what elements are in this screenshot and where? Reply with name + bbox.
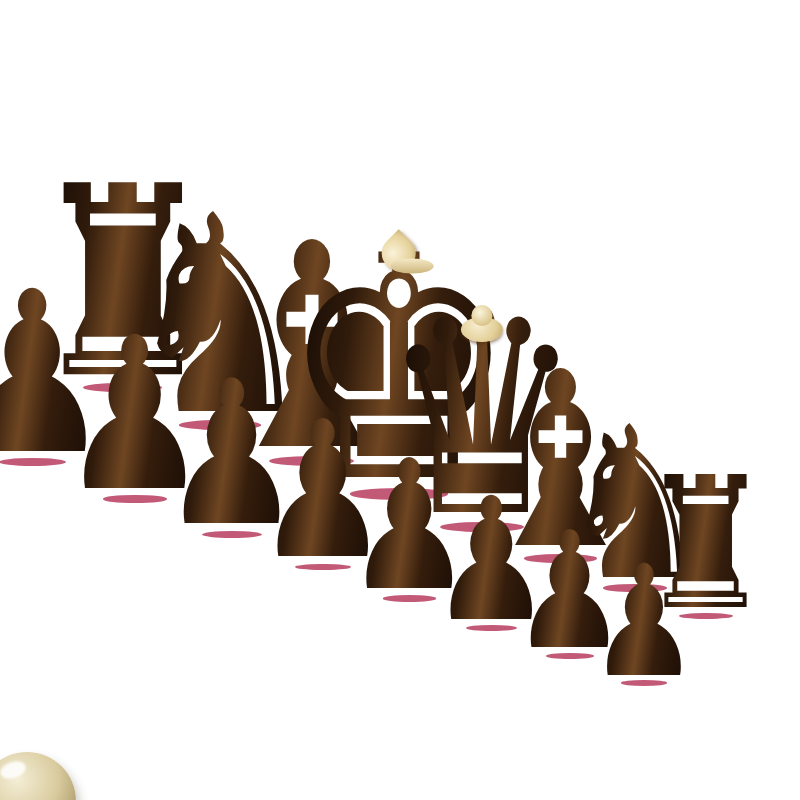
piece-contact-shadow	[234, 529, 403, 616]
square-a8	[35, 330, 222, 441]
piece-contact-shadow	[572, 649, 709, 725]
queen-ivory-rose	[461, 317, 503, 342]
crimson-felt-base	[103, 495, 166, 502]
chess-board: ՑБՑБՑБՑБՑБ	[0, 163, 800, 800]
piece-glyph-pawn: ♟	[59, 331, 210, 500]
square-h8	[645, 567, 775, 659]
piece-dark-knight: ♞	[559, 419, 711, 592]
crimson-felt-base	[383, 595, 437, 601]
square-f6	[347, 645, 504, 746]
piece-contact-shadow	[125, 385, 305, 478]
square-h6	[513, 701, 654, 797]
piece-glyph-pawn: ♟	[160, 375, 303, 535]
piece-glyph-rook: ♜	[641, 471, 772, 617]
piece-glyph-knight: ♞	[559, 420, 710, 589]
square-f7	[422, 575, 572, 674]
piece-contact-shadow	[562, 554, 700, 632]
piece-glyph-pawn: ♟	[0, 284, 113, 463]
board-outer-rim	[0, 163, 127, 800]
piece-glyph-pawn: ♟	[589, 560, 699, 683]
brass-letter-medallion: Ց	[758, 639, 800, 675]
piece-dark-pawn: ♟	[430, 492, 553, 632]
crimson-felt-base	[350, 488, 448, 499]
crimson-felt-base	[269, 456, 354, 466]
crimson-felt-base	[179, 420, 261, 430]
square-a7	[0, 402, 137, 515]
square-h5	[442, 772, 590, 800]
square-c6	[60, 551, 245, 661]
piece-dark-knight: ♞	[121, 205, 318, 430]
piece-glyph-rook: ♜	[29, 178, 218, 388]
piece-dark-pawn: ♟	[59, 330, 211, 503]
crimson-felt-base	[202, 531, 262, 538]
square-f4	[185, 797, 358, 800]
piece-dark-pawn: ♟	[345, 455, 474, 602]
piece-dark-pawn: ♟	[160, 374, 304, 538]
square-g7	[503, 605, 645, 701]
brass-letter-medallion: Б	[647, 474, 685, 505]
square-e8	[411, 476, 561, 575]
piece-dark-pawn: ♟	[589, 560, 700, 686]
square-g5	[357, 746, 513, 800]
piece-dark-pawn: ♟	[255, 415, 391, 570]
square-c8	[234, 407, 401, 512]
piece-contact-shadow	[325, 561, 485, 645]
square-d7	[245, 512, 411, 616]
piece-glyph-pawn: ♟	[345, 455, 474, 598]
piece-dark-bishop: ♝	[473, 364, 648, 563]
square-d6	[161, 584, 336, 690]
crimson-felt-base	[546, 653, 595, 659]
crimson-felt-base	[83, 383, 162, 392]
carved-basketweave-border	[0, 184, 800, 800]
square-c7	[149, 477, 325, 584]
piece-contact-shadow	[494, 622, 638, 701]
piece-dark-pawn: ♟	[0, 283, 113, 467]
piece-contact-shadow	[412, 592, 564, 673]
piece-contact-shadow	[35, 458, 224, 551]
square-f5	[268, 719, 432, 800]
board-margin-band	[0, 306, 800, 800]
board-outer-rim	[89, 163, 800, 557]
piece-glyph-knight: ♞	[122, 207, 318, 426]
crimson-felt-base	[295, 564, 352, 571]
board-outer-rim	[218, 539, 800, 800]
piece-glyph-queen: ♛	[381, 303, 582, 528]
piece-glyph-king: ♚	[282, 233, 517, 495]
board-squares	[0, 330, 775, 800]
square-b8	[137, 370, 314, 478]
crimson-felt-base	[0, 458, 66, 466]
crimson-felt-base	[466, 625, 517, 631]
square-c5	[0, 629, 161, 741]
square-e5	[173, 691, 347, 797]
square-f8	[493, 508, 636, 605]
piece-shadows	[107, 163, 800, 545]
piece-contact-shadow	[484, 524, 629, 605]
square-b5	[0, 595, 60, 711]
piece-glyph-pawn: ♟	[431, 492, 553, 628]
piece-dark-king: ♚	[281, 231, 517, 500]
square-d5	[73, 661, 257, 770]
crimson-felt-base	[621, 680, 667, 685]
piece-dark-rook: ♜	[28, 177, 217, 393]
piece-dark-bishop: ♝	[210, 234, 414, 466]
piece-contact-shadow	[22, 346, 212, 442]
piece-contact-shadow	[637, 583, 769, 659]
light-piece-tip	[0, 744, 98, 800]
brass-medallions: ՑБՑБՑБՑБՑБ	[107, 163, 800, 545]
brass-letter-medallion: Ց	[388, 342, 447, 380]
square-e4	[85, 770, 268, 800]
square-g6	[432, 674, 581, 772]
crimson-felt-base	[603, 584, 666, 591]
square-b7	[48, 441, 234, 551]
square-b6	[0, 516, 149, 629]
piece-contact-shadow	[0, 419, 127, 516]
piece-glyph-pawn: ♟	[255, 416, 391, 567]
square-e6	[256, 616, 421, 720]
glossy-sheen-overlay	[0, 330, 775, 800]
piece-contact-shadow	[401, 492, 554, 575]
square-d8	[325, 442, 484, 544]
square-e7	[336, 544, 494, 645]
piece-glyph-bishop: ♝	[210, 235, 413, 462]
piece-dark-rook: ♜	[640, 470, 771, 620]
square-a6	[0, 478, 48, 594]
square-h7	[581, 633, 716, 727]
crimson-felt-base	[440, 522, 524, 532]
product-photo-scene: ՑБՑБՑБՑБՑБ ♜♞♝♚♛♝♞♜♟♟♟♟♟♟♟♟	[0, 0, 800, 800]
square-g8	[571, 538, 707, 632]
piece-dark-pawn: ♟	[512, 526, 628, 659]
king-ivory-finial	[375, 229, 424, 278]
piece-glyph-bishop: ♝	[473, 365, 647, 559]
piece-glyph-pawn: ♟	[512, 527, 628, 656]
piece-contact-shadow	[137, 494, 316, 584]
crimson-felt-base	[679, 613, 734, 619]
piece-contact-shadow	[222, 423, 392, 512]
piece-dark-queen: ♛	[381, 302, 583, 532]
crimson-felt-base	[524, 554, 597, 562]
piece-contact-shadow	[314, 458, 475, 544]
